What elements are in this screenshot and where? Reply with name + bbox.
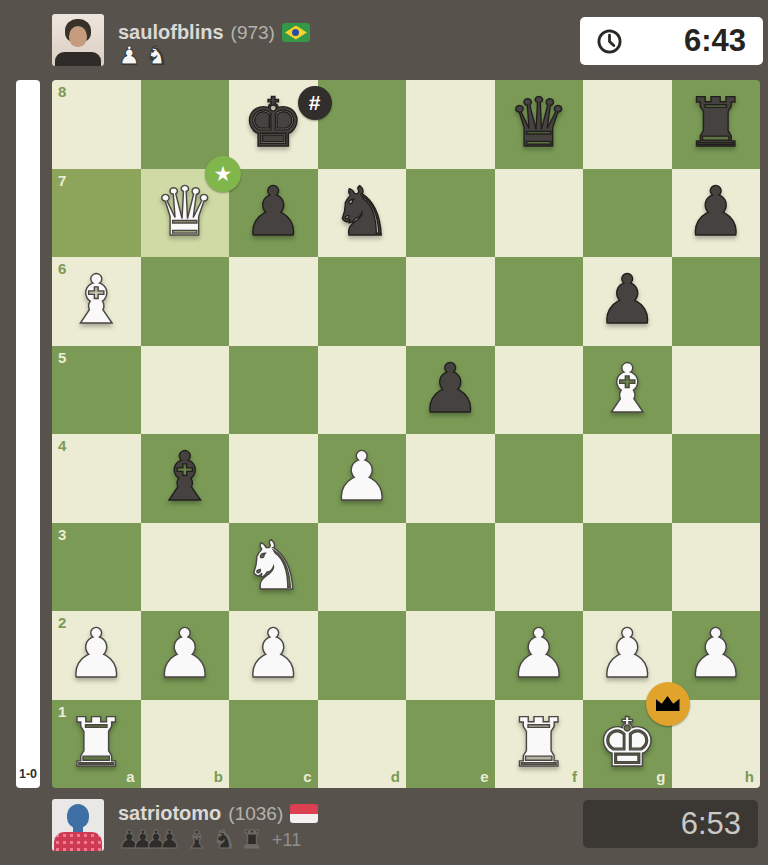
square-h2[interactable]: ♟	[672, 611, 761, 700]
file-label-e: e	[480, 768, 488, 785]
square-h5[interactable]	[672, 346, 761, 435]
captured-pawn-icon: ♟	[118, 43, 140, 69]
square-a1[interactable]: 1a♜	[52, 700, 141, 789]
square-b1[interactable]: b	[141, 700, 230, 789]
piece-white-bishop[interactable]: ♝	[52, 257, 141, 346]
square-e4[interactable]	[406, 434, 495, 523]
indonesia-flag-icon	[290, 804, 318, 823]
best-move-badge: ★	[205, 156, 241, 192]
square-d4[interactable]: ♟	[318, 434, 407, 523]
square-h3[interactable]	[672, 523, 761, 612]
file-label-h: h	[745, 768, 754, 785]
square-a8[interactable]: 8	[52, 80, 141, 169]
square-d3[interactable]	[318, 523, 407, 612]
square-f4[interactable]	[495, 434, 584, 523]
square-b3[interactable]	[141, 523, 230, 612]
file-label-b: b	[214, 768, 223, 785]
evaluation-bar: 1-0	[16, 80, 40, 788]
square-e8[interactable]	[406, 80, 495, 169]
piece-white-pawn[interactable]: ♟	[229, 611, 318, 700]
square-g3[interactable]	[583, 523, 672, 612]
top-player-clock: 6:43	[580, 17, 763, 65]
square-c4[interactable]	[229, 434, 318, 523]
square-g8[interactable]	[583, 80, 672, 169]
piece-black-bishop[interactable]: ♝	[141, 434, 230, 523]
square-a7[interactable]: 7	[52, 169, 141, 258]
material-advantage: +11	[272, 830, 301, 853]
piece-white-rook[interactable]: ♜	[52, 700, 141, 789]
avatar-shirt	[55, 52, 101, 66]
square-b4[interactable]: ♝	[141, 434, 230, 523]
square-e5[interactable]: ♟	[406, 346, 495, 435]
square-a5[interactable]: 5	[52, 346, 141, 435]
square-c5[interactable]	[229, 346, 318, 435]
square-f5[interactable]	[495, 346, 584, 435]
top-clock-time: 6:43	[623, 23, 763, 59]
chess-game-screen: saulofblins (973) ♟♞ 6:43 1-0 8♚#♛♜7♛★♟♞…	[0, 0, 768, 865]
captured-rook-icon: ♜	[241, 827, 263, 853]
square-d2[interactable]	[318, 611, 407, 700]
captured-knight-icon: ♞	[213, 827, 235, 853]
top-captured-pieces: ♟♞	[118, 43, 168, 69]
square-a3[interactable]: 3	[52, 523, 141, 612]
file-label-d: d	[391, 768, 400, 785]
square-f3[interactable]	[495, 523, 584, 612]
square-b2[interactable]: ♟	[141, 611, 230, 700]
square-b8[interactable]	[141, 80, 230, 169]
bottom-player-avatar[interactable]	[52, 799, 104, 851]
square-c1[interactable]: c	[229, 700, 318, 789]
square-f8[interactable]: ♛	[495, 80, 584, 169]
square-g4[interactable]	[583, 434, 672, 523]
avatar-shirt	[54, 832, 102, 851]
bottom-clock-time: 6:53	[583, 806, 758, 842]
piece-white-pawn[interactable]: ♟	[52, 611, 141, 700]
avatar-face	[69, 26, 87, 47]
square-g7[interactable]	[583, 169, 672, 258]
square-a2[interactable]: 2♟	[52, 611, 141, 700]
square-g6[interactable]: ♟	[583, 257, 672, 346]
rank-label-3: 3	[58, 526, 66, 543]
square-c6[interactable]	[229, 257, 318, 346]
captured-bishop-icon: ♝	[186, 827, 208, 853]
piece-black-pawn[interactable]: ♟	[672, 169, 761, 258]
checkmate-badge: #	[298, 86, 332, 120]
clock-icon	[596, 28, 623, 55]
square-f2[interactable]: ♟	[495, 611, 584, 700]
piece-white-pawn[interactable]: ♟	[495, 611, 584, 700]
rank-label-8: 8	[58, 83, 66, 100]
bottom-captured-pieces: ♟♟♟♟♝♞♜+11	[118, 827, 301, 853]
square-h4[interactable]	[672, 434, 761, 523]
piece-white-bishop[interactable]: ♝	[583, 346, 672, 435]
square-e3[interactable]	[406, 523, 495, 612]
bottom-player-clock: 6:53	[583, 800, 758, 848]
square-h8[interactable]: ♜	[672, 80, 761, 169]
square-b7[interactable]: ♛★	[141, 169, 230, 258]
piece-white-pawn[interactable]: ♟	[318, 434, 407, 523]
square-e7[interactable]	[406, 169, 495, 258]
piece-white-rook[interactable]: ♜	[495, 700, 584, 789]
square-e1[interactable]: e	[406, 700, 495, 789]
chess-board[interactable]: 8♚#♛♜7♛★♟♞♟6♝♟5♟♝4♝♟3♞2♟♟♟♟♟♟1a♜bcdef♜g♚…	[52, 80, 760, 788]
square-h6[interactable]	[672, 257, 761, 346]
piece-black-queen[interactable]: ♛	[495, 80, 584, 169]
top-player-avatar[interactable]	[52, 14, 104, 66]
square-g5[interactable]: ♝	[583, 346, 672, 435]
square-f1[interactable]: f♜	[495, 700, 584, 789]
piece-black-pawn[interactable]: ♟	[583, 257, 672, 346]
square-c3[interactable]: ♞	[229, 523, 318, 612]
captured-pawn-icon: ♟	[158, 827, 180, 853]
piece-white-knight[interactable]: ♞	[229, 523, 318, 612]
brazil-flag-icon	[282, 23, 310, 42]
captured-knight-icon: ♞	[145, 43, 167, 69]
square-d8[interactable]	[318, 80, 407, 169]
square-c2[interactable]: ♟	[229, 611, 318, 700]
square-b6[interactable]	[141, 257, 230, 346]
square-d7[interactable]: ♞	[318, 169, 407, 258]
square-g1[interactable]: g♚	[583, 700, 672, 789]
square-d5[interactable]	[318, 346, 407, 435]
square-b5[interactable]	[141, 346, 230, 435]
rank-label-4: 4	[58, 437, 66, 454]
piece-black-pawn[interactable]: ♟	[406, 346, 495, 435]
top-player-rating: (973)	[231, 22, 275, 44]
piece-white-pawn[interactable]: ♟	[672, 611, 761, 700]
square-a6[interactable]: 6♝	[52, 257, 141, 346]
bottom-player-name[interactable]: satriotomo	[118, 802, 221, 825]
rank-label-7: 7	[58, 172, 66, 189]
bottom-player-row: satriotomo (1036)	[118, 802, 318, 825]
square-c7[interactable]: ♟	[229, 169, 318, 258]
file-label-c: c	[303, 768, 311, 785]
square-f7[interactable]	[495, 169, 584, 258]
square-e2[interactable]	[406, 611, 495, 700]
bottom-player-rating: (1036)	[228, 803, 283, 825]
game-result-label: 1-0	[16, 767, 40, 781]
square-c8[interactable]: ♚#	[229, 80, 318, 169]
square-h7[interactable]: ♟	[672, 169, 761, 258]
piece-white-pawn[interactable]: ♟	[141, 611, 230, 700]
winner-crown-badge	[646, 682, 690, 726]
square-d1[interactable]: d	[318, 700, 407, 789]
crown-icon	[656, 696, 680, 711]
piece-black-pawn[interactable]: ♟	[229, 169, 318, 258]
piece-black-knight[interactable]: ♞	[318, 169, 407, 258]
rank-label-5: 5	[58, 349, 66, 366]
square-e6[interactable]	[406, 257, 495, 346]
piece-black-rook[interactable]: ♜	[672, 80, 761, 169]
square-a4[interactable]: 4	[52, 434, 141, 523]
square-d6[interactable]	[318, 257, 407, 346]
square-f6[interactable]	[495, 257, 584, 346]
